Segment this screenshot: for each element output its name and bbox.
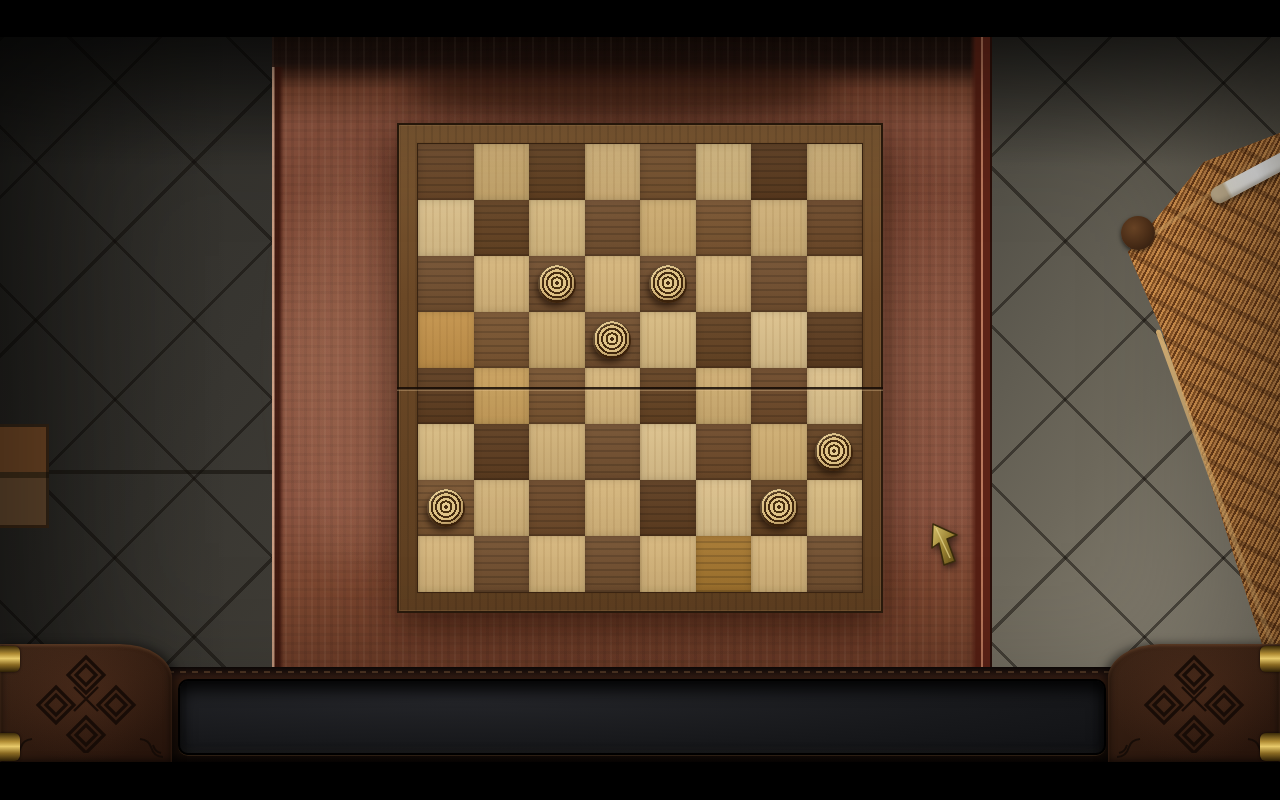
board-square[interactable] xyxy=(529,200,585,256)
board-square[interactable] xyxy=(807,144,863,200)
board-square[interactable] xyxy=(474,312,530,368)
board-square[interactable] xyxy=(807,200,863,256)
board-square[interactable] xyxy=(585,480,641,536)
board-square[interactable] xyxy=(696,200,752,256)
board-square[interactable] xyxy=(529,480,585,536)
letterbox-bottom xyxy=(0,762,1280,800)
board-square[interactable] xyxy=(585,200,641,256)
board-square[interactable] xyxy=(585,424,641,480)
board-square[interactable] xyxy=(640,368,696,424)
game-scene xyxy=(0,0,1280,800)
board-square[interactable] xyxy=(529,368,585,424)
checker-piece[interactable] xyxy=(538,265,576,303)
board-square[interactable] xyxy=(696,368,752,424)
board-square[interactable] xyxy=(418,480,474,536)
board-square[interactable] xyxy=(640,256,696,312)
board-square[interactable] xyxy=(474,144,530,200)
checker-piece[interactable] xyxy=(649,265,687,303)
board-squares xyxy=(418,144,862,592)
board-square[interactable] xyxy=(640,200,696,256)
board-square[interactable] xyxy=(696,256,752,312)
checker-piece[interactable] xyxy=(593,321,631,359)
gold-arrow-cursor-icon xyxy=(930,522,964,568)
checker-piece[interactable] xyxy=(815,433,853,471)
board-square[interactable] xyxy=(418,200,474,256)
board-square[interactable] xyxy=(585,368,641,424)
board-square[interactable] xyxy=(751,312,807,368)
board-square[interactable] xyxy=(807,424,863,480)
board-square[interactable] xyxy=(474,200,530,256)
board-square[interactable] xyxy=(418,312,474,368)
checker-piece[interactable] xyxy=(760,489,798,527)
scroll-flourish-icon xyxy=(138,737,164,759)
board-square[interactable] xyxy=(807,368,863,424)
board-square[interactable] xyxy=(751,424,807,480)
board-square[interactable] xyxy=(807,536,863,592)
floor-brown-tile-patch xyxy=(0,424,49,528)
board-square[interactable] xyxy=(751,200,807,256)
board-square[interactable] xyxy=(529,144,585,200)
board-square[interactable] xyxy=(751,536,807,592)
board-square[interactable] xyxy=(529,312,585,368)
gold-clasp xyxy=(1260,733,1280,761)
scroll-flourish-icon xyxy=(1116,737,1142,759)
board-square[interactable] xyxy=(696,536,752,592)
leather-corner-panel-right xyxy=(1108,644,1280,765)
board-square[interactable] xyxy=(418,536,474,592)
board-square[interactable] xyxy=(751,480,807,536)
board-square[interactable] xyxy=(696,312,752,368)
board-square[interactable] xyxy=(696,424,752,480)
board-square[interactable] xyxy=(585,144,641,200)
wooden-knob xyxy=(1121,216,1155,250)
board-square[interactable] xyxy=(585,256,641,312)
board-square[interactable] xyxy=(474,256,530,312)
gold-clasp xyxy=(1260,646,1280,672)
board-square[interactable] xyxy=(640,144,696,200)
gold-clasp xyxy=(0,646,20,672)
board-square[interactable] xyxy=(807,256,863,312)
board-square[interactable] xyxy=(751,256,807,312)
checkers-board-frame xyxy=(397,123,883,613)
gold-clasp xyxy=(0,733,20,761)
board-square[interactable] xyxy=(640,424,696,480)
board-square[interactable] xyxy=(474,480,530,536)
endless-knot-icon xyxy=(1142,653,1246,753)
mat-shadow xyxy=(405,58,835,120)
board-square[interactable] xyxy=(751,144,807,200)
board-fold-seam xyxy=(397,387,883,391)
board-square[interactable] xyxy=(418,256,474,312)
board-square[interactable] xyxy=(418,424,474,480)
leather-corner-panel-left xyxy=(0,644,172,765)
inventory-tray[interactable] xyxy=(178,679,1106,755)
board-square[interactable] xyxy=(585,312,641,368)
board-square[interactable] xyxy=(474,368,530,424)
board-square[interactable] xyxy=(807,480,863,536)
board-square[interactable] xyxy=(474,424,530,480)
endless-knot-icon xyxy=(34,653,138,753)
board-square[interactable] xyxy=(529,424,585,480)
board-square[interactable] xyxy=(640,312,696,368)
board-square[interactable] xyxy=(529,536,585,592)
checker-piece[interactable] xyxy=(427,489,465,527)
board-square[interactable] xyxy=(474,536,530,592)
board-square[interactable] xyxy=(696,480,752,536)
board-square[interactable] xyxy=(418,144,474,200)
board-square[interactable] xyxy=(585,536,641,592)
letterbox-top xyxy=(0,0,1280,37)
board-square[interactable] xyxy=(640,480,696,536)
board-square[interactable] xyxy=(807,312,863,368)
board-square[interactable] xyxy=(640,536,696,592)
mat-highlight xyxy=(295,150,405,570)
board-square[interactable] xyxy=(418,368,474,424)
board-square[interactable] xyxy=(529,256,585,312)
board-square[interactable] xyxy=(751,368,807,424)
board-square[interactable] xyxy=(696,144,752,200)
